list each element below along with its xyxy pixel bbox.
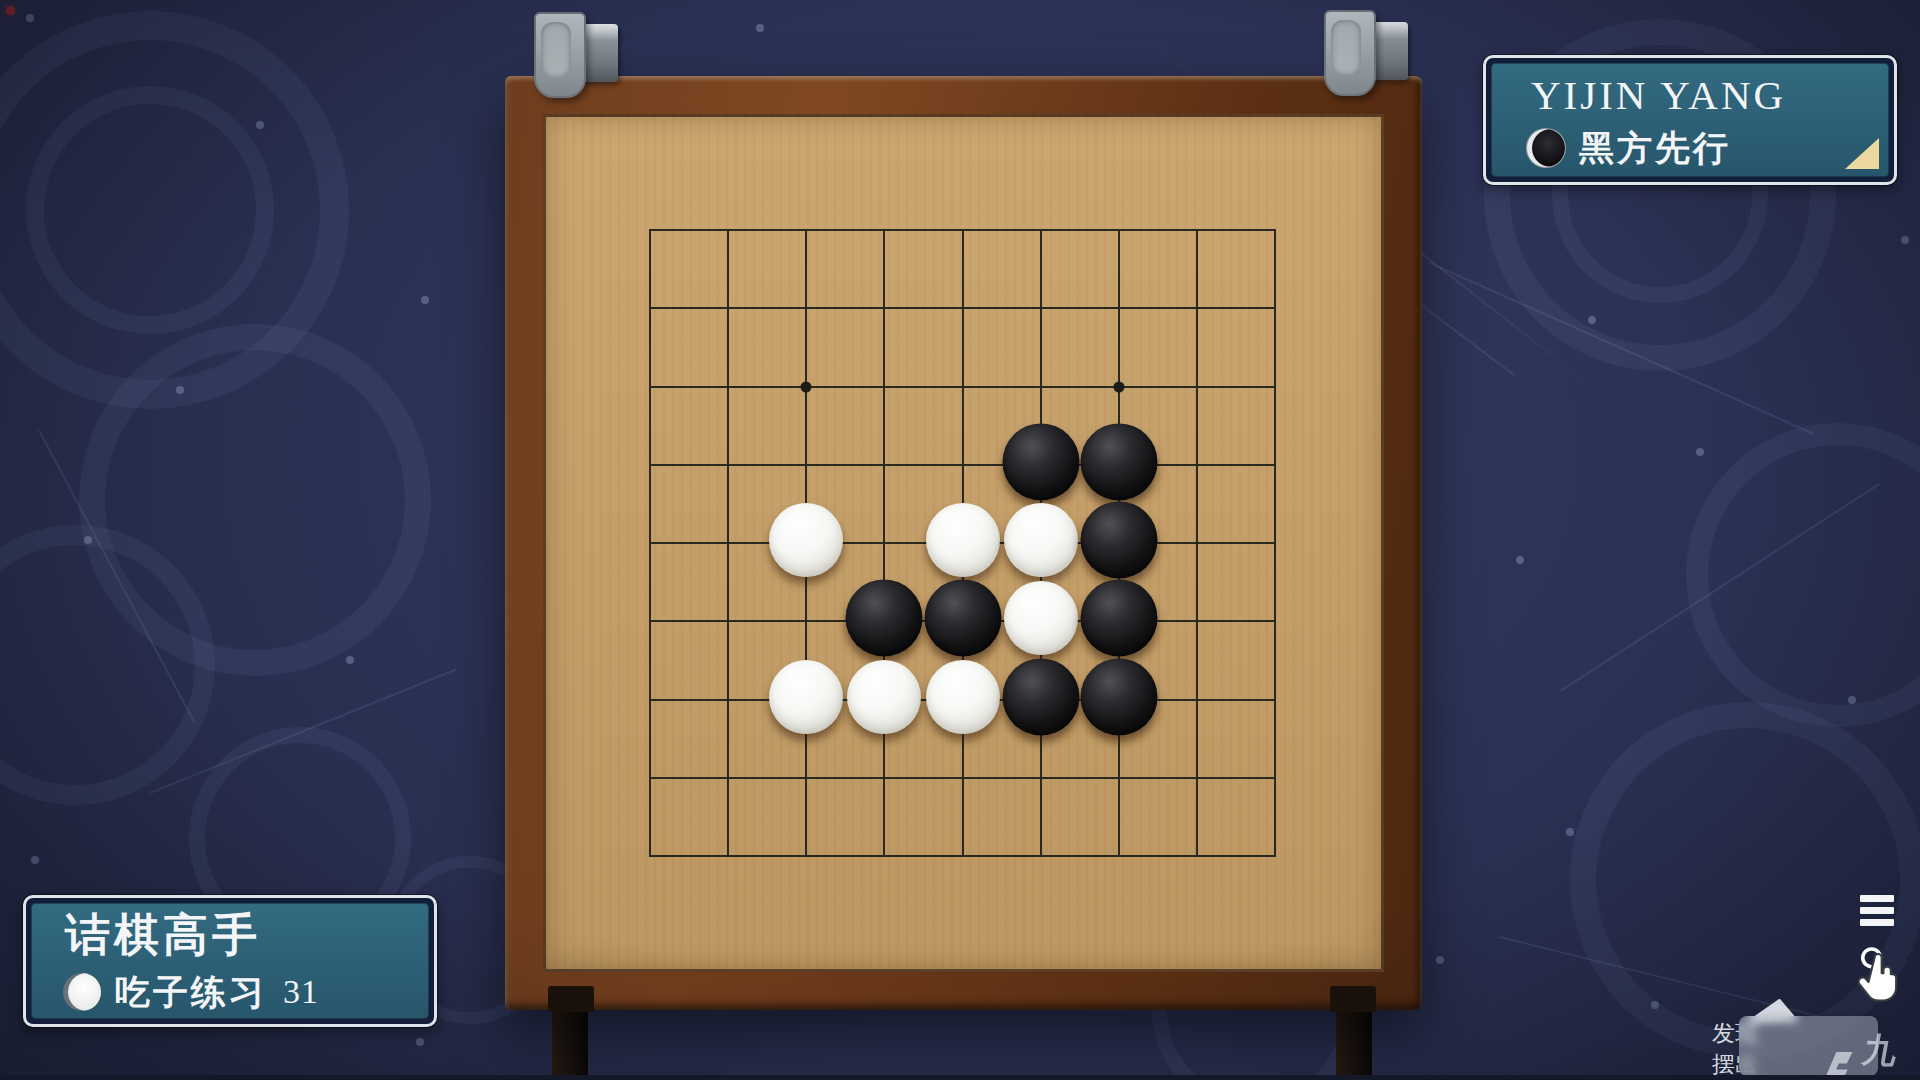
puzzle-level-number: 31 (283, 973, 319, 1011)
turn-indicator-label: 黑方先行 (1579, 125, 1731, 172)
bg-dot (176, 386, 184, 394)
bg-dot (1516, 556, 1524, 564)
easel-foot-right (1330, 986, 1376, 1012)
bg-dot (421, 296, 429, 304)
stone-white[interactable] (926, 660, 1000, 734)
bg-dot (1436, 956, 1444, 964)
grid-line-vertical (1274, 229, 1276, 857)
stone-black[interactable] (1080, 658, 1157, 735)
bg-ring (1686, 423, 1920, 727)
stone-black[interactable] (1002, 423, 1079, 500)
easel-foot-left (548, 986, 594, 1012)
bg-dot (756, 24, 764, 32)
stone-white[interactable] (1004, 503, 1078, 577)
bg-dot (416, 1038, 424, 1046)
panel-corner-triangle (1845, 138, 1879, 169)
puzzle-panel-inner: 诘棋高手 吃子练习 31 (31, 903, 429, 1019)
grid-line-horizontal (649, 855, 1276, 857)
stone-black[interactable] (924, 580, 1001, 657)
bg-dot (1901, 236, 1909, 244)
menu-bar (1860, 919, 1894, 926)
stone-black[interactable] (1080, 501, 1157, 578)
stone-white[interactable] (847, 660, 921, 734)
bg-ring (26, 86, 274, 334)
bg-dot (26, 14, 34, 22)
grid-line-horizontal (649, 777, 1276, 779)
player-panel-inner: YIJIN YANG 黑方先行 (1491, 63, 1889, 177)
bottom-edge-strip (0, 1075, 1920, 1080)
white-stone-icon-fill (68, 973, 101, 1011)
bg-dot (84, 536, 92, 544)
board-clamp-right (1318, 10, 1410, 94)
bg-dot (1651, 1001, 1659, 1009)
stone-white[interactable] (769, 503, 843, 577)
stone-black[interactable] (1080, 580, 1157, 657)
bg-dot (346, 656, 354, 664)
player-name: YIJIN YANG (1531, 71, 1786, 119)
puzzle-level-row: 吃子练习 31 (63, 969, 319, 1015)
hand-pointer-cursor-icon (1853, 946, 1905, 1008)
turn-indicator-row: 黑方先行 (1527, 125, 1731, 171)
hamburger-menu-icon[interactable] (1860, 895, 1896, 927)
grid-line-vertical (1196, 229, 1198, 857)
menu-bar (1860, 907, 1894, 914)
watermark: 九游 (1824, 1028, 1920, 1080)
clamp-pad (1331, 20, 1361, 76)
white-stone-icon (63, 973, 101, 1011)
app-stage: YIJIN YANG 黑方先行 诘棋高手 吃子练习 31 (0, 0, 1920, 1080)
star-point (1113, 381, 1124, 392)
menu-bar (1860, 895, 1894, 902)
stone-black[interactable] (846, 580, 923, 657)
bg-dot (1566, 828, 1574, 836)
board-clamp-left (528, 12, 620, 96)
bg-dot (1848, 696, 1856, 704)
puzzle-panel: 诘棋高手 吃子练习 31 (23, 895, 437, 1027)
bg-dot (1588, 316, 1596, 324)
stone-black[interactable] (1080, 423, 1157, 500)
star-point (801, 381, 812, 392)
bg-dot (31, 856, 39, 864)
watermark-label: 九游 (1851, 1028, 1920, 1080)
player-panel: YIJIN YANG 黑方先行 (1483, 55, 1897, 185)
stone-white[interactable] (926, 503, 1000, 577)
puzzle-mode-title: 诘棋高手 (65, 905, 261, 965)
stone-white[interactable] (1004, 581, 1078, 655)
stone-black[interactable] (1002, 658, 1079, 735)
black-stone-icon (1527, 129, 1565, 167)
red-indicator-dot (6, 6, 15, 15)
black-stone-icon-fill (1532, 129, 1565, 167)
stone-white[interactable] (769, 660, 843, 734)
bg-dot (256, 121, 264, 129)
puzzle-type-label: 吃子练习 (115, 969, 267, 1016)
clamp-pad (541, 22, 571, 78)
bg-dot (1696, 448, 1704, 456)
